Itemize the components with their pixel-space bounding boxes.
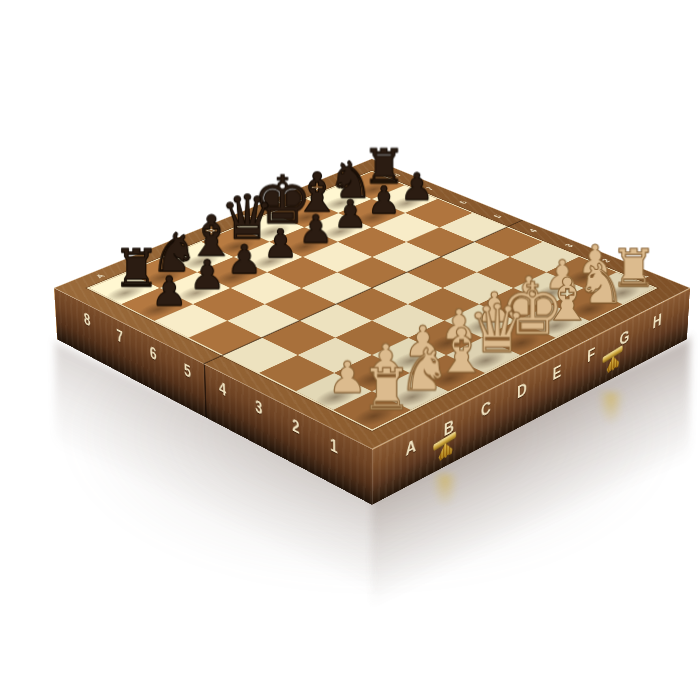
white-rook[interactable]: ♜	[360, 363, 411, 417]
bevel-rank-number: 6	[143, 326, 163, 381]
bevel-rank-number: 4	[213, 361, 233, 417]
black-pawn[interactable]: ♟	[333, 196, 367, 232]
product-photo-scene: ABCDEFGH 87654321 ♜♞♝♛♚♝♞♜♟♟♟♟♟♟♟♟♟♟♟♟♟♟…	[0, 0, 700, 700]
black-pawn[interactable]: ♟	[151, 271, 187, 310]
black-pawn[interactable]: ♟	[298, 210, 333, 247]
bevel-rank-number: 2	[286, 398, 306, 455]
black-pawn[interactable]: ♟	[227, 240, 263, 278]
bevel-rank-number: 8	[78, 293, 97, 346]
black-pawn[interactable]: ♟	[367, 182, 401, 218]
bevel-rank-number: 7	[110, 309, 129, 363]
bevel-rank-number: 5	[178, 343, 198, 398]
bevel-rank-number: 3	[249, 379, 269, 436]
bevel-rank-number: 1	[324, 417, 344, 475]
black-pawn[interactable]: ♟	[263, 225, 298, 262]
black-pawn[interactable]: ♟	[189, 256, 225, 294]
chess-board: ABCDEFGH 87654321 ♜♞♝♛♚♝♞♜♟♟♟♟♟♟♟♟♟♟♟♟♟♟…	[54, 159, 690, 449]
